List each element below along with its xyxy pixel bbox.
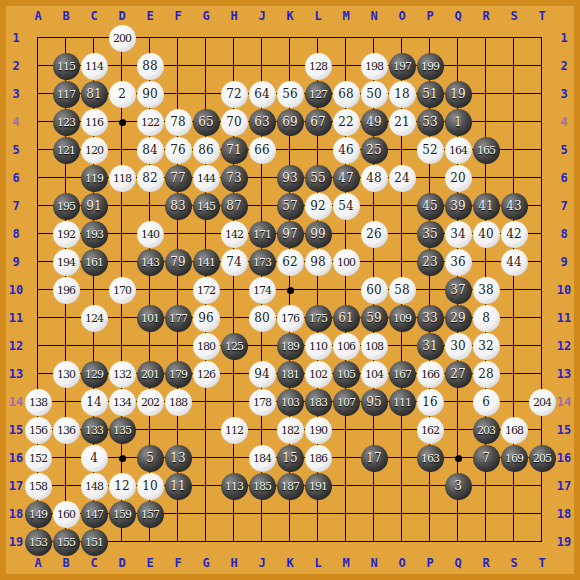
stone-M7[interactable]: 54 bbox=[333, 193, 360, 220]
col-label-M: M bbox=[332, 8, 360, 24]
stone-J3[interactable]: 64 bbox=[249, 81, 276, 108]
row-label-2: 2 bbox=[554, 52, 574, 80]
stone-S8[interactable]: 42 bbox=[501, 221, 528, 248]
col-label-M: M bbox=[332, 555, 360, 571]
stone-E18[interactable]: 157 bbox=[137, 501, 164, 528]
stone-O2[interactable]: 197 bbox=[389, 53, 416, 80]
stone-M9[interactable]: 100 bbox=[333, 249, 360, 276]
row-label-19: 19 bbox=[6, 528, 26, 556]
stone-C19[interactable]: 151 bbox=[81, 529, 108, 556]
row-label-1: 1 bbox=[6, 24, 26, 52]
col-label-D: D bbox=[108, 8, 136, 24]
stone-Q11[interactable]: 29 bbox=[445, 305, 472, 332]
stone-B5[interactable]: 121 bbox=[53, 137, 80, 164]
col-label-A: A bbox=[24, 555, 52, 571]
stone-B9[interactable]: 194 bbox=[53, 249, 80, 276]
col-label-P: P bbox=[416, 8, 444, 24]
col-label-C: C bbox=[80, 8, 108, 24]
stone-E13[interactable]: 201 bbox=[137, 361, 164, 388]
col-label-A: A bbox=[24, 8, 52, 24]
stone-F4[interactable]: 78 bbox=[165, 109, 192, 136]
stone-F13[interactable]: 179 bbox=[165, 361, 192, 388]
row-label-10: 10 bbox=[554, 276, 574, 304]
stone-O3[interactable]: 18 bbox=[389, 81, 416, 108]
stone-L3[interactable]: 127 bbox=[305, 81, 332, 108]
stone-A14[interactable]: 138 bbox=[25, 389, 52, 416]
row-label-8: 8 bbox=[554, 220, 574, 248]
stone-C3[interactable]: 81 bbox=[81, 81, 108, 108]
stone-D1[interactable]: 200 bbox=[109, 25, 136, 52]
col-label-D: D bbox=[108, 555, 136, 571]
stone-L14[interactable]: 183 bbox=[305, 389, 332, 416]
col-label-J: J bbox=[248, 8, 276, 24]
stone-N13[interactable]: 104 bbox=[361, 361, 388, 388]
stone-M5[interactable]: 46 bbox=[333, 137, 360, 164]
stone-P4[interactable]: 53 bbox=[417, 109, 444, 136]
col-label-S: S bbox=[500, 8, 528, 24]
stone-B3[interactable]: 117 bbox=[53, 81, 80, 108]
stone-B10[interactable]: 196 bbox=[53, 277, 80, 304]
stone-R5[interactable]: 165 bbox=[473, 137, 500, 164]
stone-H12[interactable]: 125 bbox=[221, 333, 248, 360]
row-label-1: 1 bbox=[554, 24, 574, 52]
stone-H6[interactable]: 73 bbox=[221, 165, 248, 192]
stone-K7[interactable]: 57 bbox=[277, 193, 304, 220]
stone-H3[interactable]: 72 bbox=[221, 81, 248, 108]
stone-Q12[interactable]: 30 bbox=[445, 333, 472, 360]
row-label-4: 4 bbox=[554, 108, 574, 136]
stone-M6[interactable]: 47 bbox=[333, 165, 360, 192]
column-labels-top: ABCDEFGHJKLMNOPQRST bbox=[24, 8, 556, 24]
stone-F7[interactable]: 83 bbox=[165, 193, 192, 220]
stone-N6[interactable]: 48 bbox=[361, 165, 388, 192]
stone-D15[interactable]: 135 bbox=[109, 417, 136, 444]
stone-G11[interactable]: 96 bbox=[193, 305, 220, 332]
stone-A17[interactable]: 158 bbox=[25, 473, 52, 500]
stone-B2[interactable]: 115 bbox=[53, 53, 80, 80]
col-label-J: J bbox=[248, 555, 276, 571]
stone-D10[interactable]: 170 bbox=[109, 277, 136, 304]
stone-E9[interactable]: 143 bbox=[137, 249, 164, 276]
stone-J17[interactable]: 185 bbox=[249, 473, 276, 500]
stone-P3[interactable]: 51 bbox=[417, 81, 444, 108]
col-label-E: E bbox=[136, 555, 164, 571]
row-label-3: 3 bbox=[6, 80, 26, 108]
col-label-Q: Q bbox=[444, 8, 472, 24]
stone-K17[interactable]: 187 bbox=[277, 473, 304, 500]
stone-T16[interactable]: 205 bbox=[529, 445, 556, 472]
col-label-F: F bbox=[164, 555, 192, 571]
stone-B19[interactable]: 155 bbox=[53, 529, 80, 556]
stone-K3[interactable]: 56 bbox=[277, 81, 304, 108]
stone-Q13[interactable]: 27 bbox=[445, 361, 472, 388]
col-label-B: B bbox=[52, 8, 80, 24]
row-label-8: 8 bbox=[6, 220, 26, 248]
stone-G6[interactable]: 144 bbox=[193, 165, 220, 192]
stone-N11[interactable]: 59 bbox=[361, 305, 388, 332]
row-label-10: 10 bbox=[6, 276, 26, 304]
col-label-T: T bbox=[528, 8, 556, 24]
col-label-K: K bbox=[276, 555, 304, 571]
stone-A15[interactable]: 156 bbox=[25, 417, 52, 444]
stone-L15[interactable]: 190 bbox=[305, 417, 332, 444]
stone-G13[interactable]: 126 bbox=[193, 361, 220, 388]
stone-P2[interactable]: 199 bbox=[417, 53, 444, 80]
stone-F17[interactable]: 11 bbox=[165, 473, 192, 500]
row-label-15: 15 bbox=[6, 416, 26, 444]
stone-M3[interactable]: 68 bbox=[333, 81, 360, 108]
stone-K9[interactable]: 62 bbox=[277, 249, 304, 276]
stone-R8[interactable]: 40 bbox=[473, 221, 500, 248]
stone-G12[interactable]: 180 bbox=[193, 333, 220, 360]
stone-H4[interactable]: 70 bbox=[221, 109, 248, 136]
stone-F16[interactable]: 13 bbox=[165, 445, 192, 472]
stone-J5[interactable]: 66 bbox=[249, 137, 276, 164]
stone-K14[interactable]: 103 bbox=[277, 389, 304, 416]
stone-N5[interactable]: 25 bbox=[361, 137, 388, 164]
stone-D6[interactable]: 118 bbox=[109, 165, 136, 192]
stone-L12[interactable]: 110 bbox=[305, 333, 332, 360]
row-label-12: 12 bbox=[554, 332, 574, 360]
stone-Q5[interactable]: 164 bbox=[445, 137, 472, 164]
stone-J10[interactable]: 174 bbox=[249, 277, 276, 304]
stone-C2[interactable]: 114 bbox=[81, 53, 108, 80]
stone-C7[interactable]: 91 bbox=[81, 193, 108, 220]
row-label-14: 14 bbox=[6, 388, 26, 416]
stone-L6[interactable]: 55 bbox=[305, 165, 332, 192]
row-label-18: 18 bbox=[6, 500, 26, 528]
stone-C11[interactable]: 124 bbox=[81, 305, 108, 332]
row-label-14: 14 bbox=[554, 388, 574, 416]
stone-D14[interactable]: 134 bbox=[109, 389, 136, 416]
stone-H15[interactable]: 112 bbox=[221, 417, 248, 444]
stone-C17[interactable]: 148 bbox=[81, 473, 108, 500]
stone-P11[interactable]: 33 bbox=[417, 305, 444, 332]
stone-A19[interactable]: 153 bbox=[25, 529, 52, 556]
stone-N12[interactable]: 108 bbox=[361, 333, 388, 360]
star-point-Q16 bbox=[455, 455, 462, 462]
row-labels-left: 12345678910111213141516171819 bbox=[6, 24, 26, 556]
stone-Q6[interactable]: 20 bbox=[445, 165, 472, 192]
stone-A18[interactable]: 149 bbox=[25, 501, 52, 528]
stone-L2[interactable]: 128 bbox=[305, 53, 332, 80]
stone-P7[interactable]: 45 bbox=[417, 193, 444, 220]
stone-G4[interactable]: 65 bbox=[193, 109, 220, 136]
stone-E2[interactable]: 88 bbox=[137, 53, 164, 80]
stone-E3[interactable]: 90 bbox=[137, 81, 164, 108]
stone-J9[interactable]: 173 bbox=[249, 249, 276, 276]
stone-N8[interactable]: 26 bbox=[361, 221, 388, 248]
stone-R13[interactable]: 28 bbox=[473, 361, 500, 388]
row-label-5: 5 bbox=[6, 136, 26, 164]
row-label-11: 11 bbox=[6, 304, 26, 332]
row-label-9: 9 bbox=[6, 248, 26, 276]
stone-F11[interactable]: 177 bbox=[165, 305, 192, 332]
row-label-16: 16 bbox=[6, 444, 26, 472]
col-label-H: H bbox=[220, 555, 248, 571]
row-label-15: 15 bbox=[554, 416, 574, 444]
stone-P15[interactable]: 162 bbox=[417, 417, 444, 444]
stone-B15[interactable]: 136 bbox=[53, 417, 80, 444]
stone-Q17[interactable]: 3 bbox=[445, 473, 472, 500]
stone-H8[interactable]: 142 bbox=[221, 221, 248, 248]
col-label-R: R bbox=[472, 8, 500, 24]
row-label-7: 7 bbox=[6, 192, 26, 220]
stone-E17[interactable]: 10 bbox=[137, 473, 164, 500]
board-grid[interactable]: 2001151148812819819719911781290726456127… bbox=[24, 24, 556, 556]
row-label-5: 5 bbox=[554, 136, 574, 164]
stone-C6[interactable]: 119 bbox=[81, 165, 108, 192]
stone-J11[interactable]: 80 bbox=[249, 305, 276, 332]
stone-O11[interactable]: 109 bbox=[389, 305, 416, 332]
stone-N3[interactable]: 50 bbox=[361, 81, 388, 108]
stone-D17[interactable]: 12 bbox=[109, 473, 136, 500]
stone-M11[interactable]: 61 bbox=[333, 305, 360, 332]
stone-P9[interactable]: 23 bbox=[417, 249, 444, 276]
star-point-D4 bbox=[119, 119, 126, 126]
stone-A16[interactable]: 152 bbox=[25, 445, 52, 472]
stone-C13[interactable]: 129 bbox=[81, 361, 108, 388]
stone-L9[interactable]: 98 bbox=[305, 249, 332, 276]
stone-P5[interactable]: 52 bbox=[417, 137, 444, 164]
row-label-4: 4 bbox=[6, 108, 26, 136]
stone-N4[interactable]: 49 bbox=[361, 109, 388, 136]
stone-B18[interactable]: 160 bbox=[53, 501, 80, 528]
row-label-7: 7 bbox=[554, 192, 574, 220]
col-label-L: L bbox=[304, 555, 332, 571]
row-label-6: 6 bbox=[554, 164, 574, 192]
stone-O14[interactable]: 111 bbox=[389, 389, 416, 416]
stone-C15[interactable]: 133 bbox=[81, 417, 108, 444]
stone-F6[interactable]: 77 bbox=[165, 165, 192, 192]
col-label-R: R bbox=[472, 555, 500, 571]
stone-K13[interactable]: 181 bbox=[277, 361, 304, 388]
stone-N14[interactable]: 95 bbox=[361, 389, 388, 416]
row-label-2: 2 bbox=[6, 52, 26, 80]
row-label-16: 16 bbox=[554, 444, 574, 472]
stone-Q10[interactable]: 37 bbox=[445, 277, 472, 304]
stone-B4[interactable]: 123 bbox=[53, 109, 80, 136]
stone-C16[interactable]: 4 bbox=[81, 445, 108, 472]
row-label-17: 17 bbox=[6, 472, 26, 500]
row-label-12: 12 bbox=[6, 332, 26, 360]
col-label-G: G bbox=[192, 555, 220, 571]
col-label-O: O bbox=[388, 8, 416, 24]
stone-P8[interactable]: 35 bbox=[417, 221, 444, 248]
stone-O4[interactable]: 21 bbox=[389, 109, 416, 136]
stone-C14[interactable]: 14 bbox=[81, 389, 108, 416]
stone-F14[interactable]: 188 bbox=[165, 389, 192, 416]
stone-P14[interactable]: 16 bbox=[417, 389, 444, 416]
row-label-18: 18 bbox=[554, 500, 574, 528]
stone-R11[interactable]: 8 bbox=[473, 305, 500, 332]
stone-B13[interactable]: 130 bbox=[53, 361, 80, 388]
stone-F5[interactable]: 76 bbox=[165, 137, 192, 164]
row-label-9: 9 bbox=[554, 248, 574, 276]
stone-L17[interactable]: 191 bbox=[305, 473, 332, 500]
stone-K4[interactable]: 69 bbox=[277, 109, 304, 136]
stone-E16[interactable]: 5 bbox=[137, 445, 164, 472]
stone-E4[interactable]: 122 bbox=[137, 109, 164, 136]
col-label-N: N bbox=[360, 8, 388, 24]
stone-C18[interactable]: 147 bbox=[81, 501, 108, 528]
stone-R16[interactable]: 7 bbox=[473, 445, 500, 472]
col-label-E: E bbox=[136, 8, 164, 24]
row-labels-right: 12345678910111213141516171819 bbox=[554, 24, 574, 556]
col-label-P: P bbox=[416, 555, 444, 571]
col-label-Q: Q bbox=[444, 555, 472, 571]
stone-H17[interactable]: 113 bbox=[221, 473, 248, 500]
stone-B8[interactable]: 192 bbox=[53, 221, 80, 248]
stone-G10[interactable]: 172 bbox=[193, 277, 220, 304]
col-label-T: T bbox=[528, 555, 556, 571]
stone-M12[interactable]: 106 bbox=[333, 333, 360, 360]
stone-R10[interactable]: 38 bbox=[473, 277, 500, 304]
stone-P12[interactable]: 31 bbox=[417, 333, 444, 360]
star-point-D16 bbox=[119, 455, 126, 462]
col-label-F: F bbox=[164, 8, 192, 24]
stone-S9[interactable]: 44 bbox=[501, 249, 528, 276]
stone-Q4[interactable]: 1 bbox=[445, 109, 472, 136]
row-label-11: 11 bbox=[554, 304, 574, 332]
column-labels-bottom: ABCDEFGHJKLMNOPQRST bbox=[24, 555, 556, 571]
stone-N2[interactable]: 198 bbox=[361, 53, 388, 80]
stone-J13[interactable]: 94 bbox=[249, 361, 276, 388]
col-label-S: S bbox=[500, 555, 528, 571]
stone-C8[interactable]: 193 bbox=[81, 221, 108, 248]
col-label-H: H bbox=[220, 8, 248, 24]
stone-G7[interactable]: 145 bbox=[193, 193, 220, 220]
stone-O13[interactable]: 167 bbox=[389, 361, 416, 388]
stone-S7[interactable]: 43 bbox=[501, 193, 528, 220]
stone-L13[interactable]: 102 bbox=[305, 361, 332, 388]
stone-J8[interactable]: 171 bbox=[249, 221, 276, 248]
stone-K15[interactable]: 182 bbox=[277, 417, 304, 444]
col-label-O: O bbox=[388, 555, 416, 571]
col-label-L: L bbox=[304, 8, 332, 24]
stone-N10[interactable]: 60 bbox=[361, 277, 388, 304]
stone-K8[interactable]: 97 bbox=[277, 221, 304, 248]
stone-L16[interactable]: 186 bbox=[305, 445, 332, 472]
stone-B7[interactable]: 195 bbox=[53, 193, 80, 220]
stone-Q8[interactable]: 34 bbox=[445, 221, 472, 248]
row-label-3: 3 bbox=[554, 80, 574, 108]
stone-O6[interactable]: 24 bbox=[389, 165, 416, 192]
stone-E6[interactable]: 82 bbox=[137, 165, 164, 192]
stone-R15[interactable]: 203 bbox=[473, 417, 500, 444]
stone-P13[interactable]: 166 bbox=[417, 361, 444, 388]
stone-E14[interactable]: 202 bbox=[137, 389, 164, 416]
stone-C4[interactable]: 116 bbox=[81, 109, 108, 136]
col-label-B: B bbox=[52, 555, 80, 571]
stone-M4[interactable]: 22 bbox=[333, 109, 360, 136]
stone-E8[interactable]: 140 bbox=[137, 221, 164, 248]
stone-R14[interactable]: 6 bbox=[473, 389, 500, 416]
stone-L4[interactable]: 67 bbox=[305, 109, 332, 136]
stone-L11[interactable]: 175 bbox=[305, 305, 332, 332]
stone-O10[interactable]: 58 bbox=[389, 277, 416, 304]
stone-K11[interactable]: 176 bbox=[277, 305, 304, 332]
stone-M14[interactable]: 107 bbox=[333, 389, 360, 416]
stone-E11[interactable]: 101 bbox=[137, 305, 164, 332]
stone-P16[interactable]: 163 bbox=[417, 445, 444, 472]
stone-J4[interactable]: 63 bbox=[249, 109, 276, 136]
row-label-13: 13 bbox=[554, 360, 574, 388]
col-label-K: K bbox=[276, 8, 304, 24]
stone-M13[interactable]: 105 bbox=[333, 361, 360, 388]
stone-K16[interactable]: 15 bbox=[277, 445, 304, 472]
stone-K6[interactable]: 93 bbox=[277, 165, 304, 192]
stone-Q7[interactable]: 39 bbox=[445, 193, 472, 220]
row-label-17: 17 bbox=[554, 472, 574, 500]
row-label-13: 13 bbox=[6, 360, 26, 388]
stone-R12[interactable]: 32 bbox=[473, 333, 500, 360]
col-label-N: N bbox=[360, 555, 388, 571]
stone-K12[interactable]: 189 bbox=[277, 333, 304, 360]
stone-E5[interactable]: 84 bbox=[137, 137, 164, 164]
go-board-frame: ABCDEFGHJKLMNOPQRST ABCDEFGHJKLMNOPQRST … bbox=[0, 0, 580, 580]
col-label-G: G bbox=[192, 8, 220, 24]
stone-J14[interactable]: 178 bbox=[249, 389, 276, 416]
star-point-K10 bbox=[287, 287, 294, 294]
row-label-6: 6 bbox=[6, 164, 26, 192]
stone-L8[interactable]: 99 bbox=[305, 221, 332, 248]
stone-J16[interactable]: 184 bbox=[249, 445, 276, 472]
stone-R7[interactable]: 41 bbox=[473, 193, 500, 220]
stone-Q9[interactable]: 36 bbox=[445, 249, 472, 276]
stone-D3[interactable]: 2 bbox=[109, 81, 136, 108]
stone-F9[interactable]: 79 bbox=[165, 249, 192, 276]
stone-Q3[interactable]: 19 bbox=[445, 81, 472, 108]
stone-H5[interactable]: 71 bbox=[221, 137, 248, 164]
stone-G9[interactable]: 141 bbox=[193, 249, 220, 276]
stone-C5[interactable]: 120 bbox=[81, 137, 108, 164]
stone-T14[interactable]: 204 bbox=[529, 389, 556, 416]
go-board: ABCDEFGHJKLMNOPQRST ABCDEFGHJKLMNOPQRST … bbox=[6, 6, 574, 574]
row-label-19: 19 bbox=[554, 528, 574, 556]
stone-D13[interactable]: 132 bbox=[109, 361, 136, 388]
stone-G5[interactable]: 86 bbox=[193, 137, 220, 164]
stone-S15[interactable]: 168 bbox=[501, 417, 528, 444]
stone-H9[interactable]: 74 bbox=[221, 249, 248, 276]
stone-C9[interactable]: 161 bbox=[81, 249, 108, 276]
stone-N16[interactable]: 17 bbox=[361, 445, 388, 472]
stone-H7[interactable]: 87 bbox=[221, 193, 248, 220]
col-label-C: C bbox=[80, 555, 108, 571]
stone-D18[interactable]: 159 bbox=[109, 501, 136, 528]
stone-L7[interactable]: 92 bbox=[305, 193, 332, 220]
stone-S16[interactable]: 169 bbox=[501, 445, 528, 472]
